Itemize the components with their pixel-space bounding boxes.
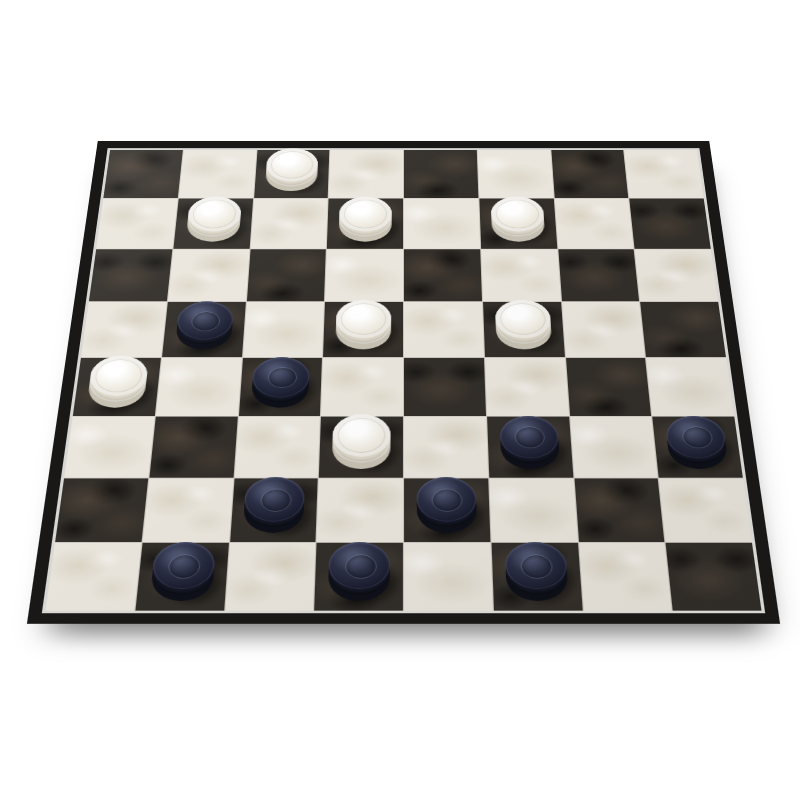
- checker-white[interactable]: [495, 310, 552, 349]
- square-g5: [562, 302, 646, 357]
- checker-black-top: [499, 416, 559, 458]
- square-e5: [404, 302, 484, 357]
- square-f6: [481, 249, 561, 301]
- checker-black[interactable]: [243, 487, 305, 532]
- square-f4: [485, 358, 569, 416]
- square-b1[interactable]: [135, 543, 228, 611]
- square-c7: [250, 198, 328, 248]
- square-a7: [96, 198, 177, 248]
- square-b3[interactable]: [149, 416, 237, 477]
- square-b8: [179, 150, 257, 198]
- checker-white-top: [332, 414, 391, 456]
- checker-black[interactable]: [499, 425, 559, 468]
- checker-black[interactable]: [174, 310, 233, 349]
- square-f1[interactable]: [491, 543, 582, 611]
- square-d1[interactable]: [314, 543, 403, 611]
- square-f2: [489, 478, 577, 542]
- checker-black[interactable]: [149, 553, 215, 600]
- checker-black[interactable]: [505, 553, 569, 600]
- square-e6[interactable]: [404, 249, 482, 301]
- square-f7[interactable]: [479, 198, 557, 248]
- square-d8: [329, 150, 403, 198]
- square-g8[interactable]: [551, 150, 629, 198]
- square-h6: [635, 249, 718, 301]
- square-c1: [225, 543, 316, 611]
- square-g1: [579, 543, 672, 611]
- square-b4: [156, 358, 242, 416]
- checker-white[interactable]: [86, 366, 148, 407]
- square-a2[interactable]: [55, 478, 148, 542]
- checker-white[interactable]: [185, 206, 241, 241]
- square-d2: [317, 478, 403, 542]
- square-h2: [659, 478, 752, 542]
- checker-white-top: [490, 196, 544, 231]
- checker-white[interactable]: [332, 425, 391, 468]
- square-h3[interactable]: [652, 416, 742, 477]
- square-d6: [325, 249, 403, 301]
- checker-black[interactable]: [666, 425, 729, 468]
- square-g4[interactable]: [566, 358, 652, 416]
- square-d3[interactable]: [319, 416, 403, 477]
- checker-white[interactable]: [339, 206, 392, 241]
- board-frame: [27, 141, 780, 623]
- checker-black-top: [417, 477, 477, 522]
- square-g7: [554, 198, 633, 248]
- square-e8[interactable]: [404, 150, 478, 198]
- square-e1: [404, 543, 493, 611]
- square-c4[interactable]: [238, 358, 322, 416]
- square-e4[interactable]: [404, 358, 486, 416]
- square-e3: [404, 416, 488, 477]
- square-h4: [646, 358, 734, 416]
- checker-black[interactable]: [417, 487, 478, 532]
- square-h8: [624, 150, 703, 198]
- checker-black[interactable]: [251, 366, 310, 407]
- square-b2: [142, 478, 233, 542]
- scene: [0, 0, 800, 800]
- square-c6[interactable]: [246, 249, 326, 301]
- board-grid: [46, 150, 762, 611]
- checker-white-top: [336, 300, 392, 338]
- square-f5[interactable]: [483, 302, 565, 357]
- square-a5: [81, 302, 167, 357]
- square-f8: [477, 150, 553, 198]
- square-h5[interactable]: [640, 302, 726, 357]
- square-a3: [64, 416, 154, 477]
- square-e2[interactable]: [404, 478, 490, 542]
- square-c2[interactable]: [230, 478, 318, 542]
- square-c5: [243, 302, 325, 357]
- board-trim: [42, 148, 765, 613]
- checker-white[interactable]: [490, 206, 545, 241]
- square-g2[interactable]: [574, 478, 665, 542]
- checker-black[interactable]: [328, 553, 390, 600]
- square-a6[interactable]: [89, 249, 172, 301]
- square-h1[interactable]: [666, 543, 762, 611]
- square-b5[interactable]: [162, 302, 246, 357]
- square-e7: [404, 198, 480, 248]
- checker-white-top: [339, 196, 392, 231]
- checker-black-top: [328, 542, 390, 589]
- square-a8[interactable]: [103, 150, 182, 198]
- square-a1: [46, 543, 142, 611]
- square-f3[interactable]: [487, 416, 573, 477]
- checker-black-top: [504, 542, 568, 589]
- square-d7[interactable]: [327, 198, 403, 248]
- checker-white[interactable]: [335, 310, 391, 349]
- square-g6[interactable]: [558, 249, 639, 301]
- square-b7[interactable]: [173, 198, 252, 248]
- square-c3: [234, 416, 320, 477]
- square-d4: [321, 358, 403, 416]
- square-a4[interactable]: [73, 358, 161, 416]
- square-c8[interactable]: [254, 150, 330, 198]
- square-g3: [570, 416, 658, 477]
- checker-white-top: [494, 300, 551, 338]
- square-d5[interactable]: [323, 302, 403, 357]
- square-b6: [168, 249, 249, 301]
- checker-white[interactable]: [265, 157, 318, 191]
- square-h7[interactable]: [629, 198, 710, 248]
